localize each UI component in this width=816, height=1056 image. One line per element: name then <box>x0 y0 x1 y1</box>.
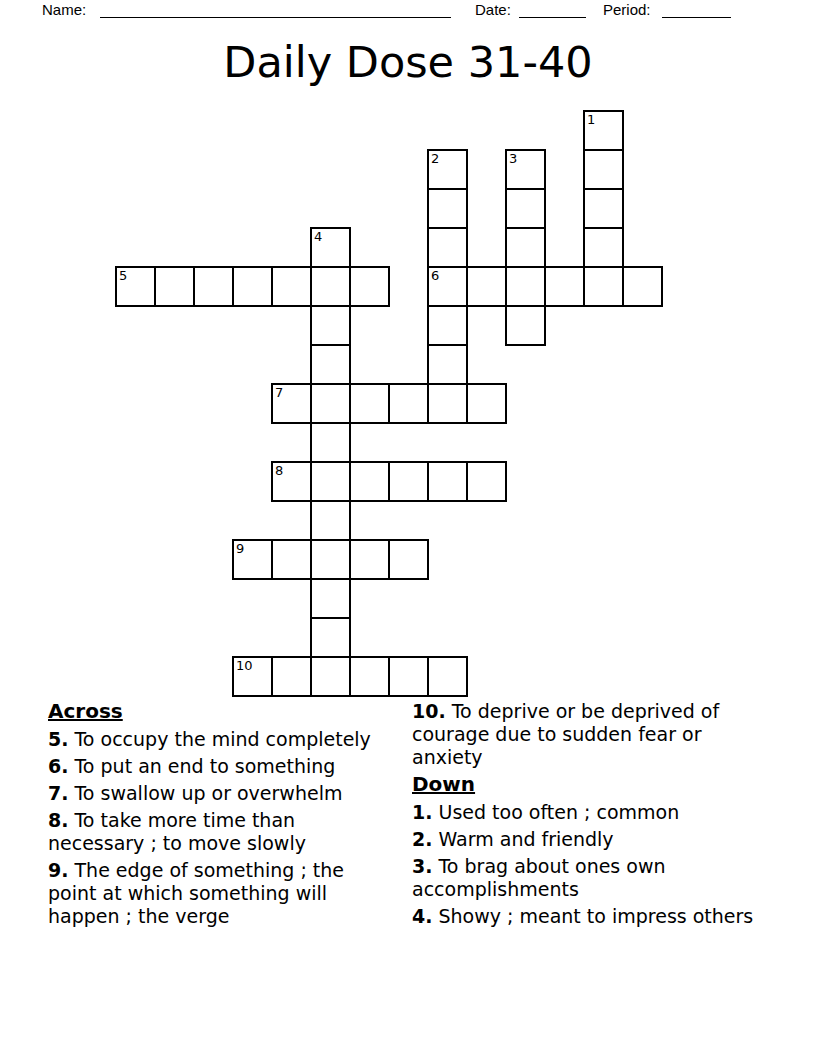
cell-number-10: 10 <box>236 658 253 673</box>
clue-down-4: 4. Showy ; meant to impress others <box>412 905 758 928</box>
cell-number-7: 7 <box>275 385 283 400</box>
cell-r4c10[interactable] <box>505 266 546 307</box>
cell-r11c5[interactable] <box>310 539 351 580</box>
cell-r14c6[interactable] <box>349 656 390 697</box>
cell-r4c9[interactable] <box>466 266 507 307</box>
cell-r7c8[interactable] <box>427 383 468 424</box>
cell-r9c8[interactable] <box>427 461 468 502</box>
cell-r4c5[interactable] <box>310 266 351 307</box>
cell-r2c10[interactable] <box>505 188 546 229</box>
cell-r4c0[interactable]: 5 <box>115 266 156 307</box>
clue-number: 10. <box>412 700 446 722</box>
clue-across-8: 8. To take more time than necessary ; to… <box>48 809 378 855</box>
worksheet-page: Name: Date: Period: Daily Dose 31-40 123… <box>0 0 816 1056</box>
clue-number: 8. <box>48 809 68 831</box>
cell-r9c5[interactable] <box>310 461 351 502</box>
cell-r7c6[interactable] <box>349 383 390 424</box>
cell-r9c6[interactable] <box>349 461 390 502</box>
cell-r3c12[interactable] <box>583 227 624 268</box>
cell-number-5: 5 <box>119 268 127 283</box>
cell-r4c4[interactable] <box>271 266 312 307</box>
clue-number: 5. <box>48 728 68 750</box>
cell-number-2: 2 <box>431 151 439 166</box>
cell-r7c4[interactable]: 7 <box>271 383 312 424</box>
clue-number: 6. <box>48 755 68 777</box>
cell-r4c11[interactable] <box>544 266 585 307</box>
cell-r11c4[interactable] <box>271 539 312 580</box>
cell-r7c9[interactable] <box>466 383 507 424</box>
cell-number-1: 1 <box>587 112 595 127</box>
clues-column-right: 10. To deprive or be deprived of courage… <box>412 700 758 932</box>
cell-r11c3[interactable]: 9 <box>232 539 273 580</box>
clue-number: 3. <box>412 855 432 877</box>
cell-r4c6[interactable] <box>349 266 390 307</box>
clue-across-6: 6. To put an end to something <box>48 755 378 778</box>
date-label: Date: <box>475 1 511 18</box>
cell-r1c8[interactable]: 2 <box>427 149 468 190</box>
cell-r3c8[interactable] <box>427 227 468 268</box>
clue-across-9: 9. The edge of something ; the point at … <box>48 859 378 928</box>
cell-r12c5[interactable] <box>310 578 351 619</box>
cell-r10c5[interactable] <box>310 500 351 541</box>
cell-r5c10[interactable] <box>505 305 546 346</box>
date-blank-line[interactable] <box>519 3 586 18</box>
clue-number: 9. <box>48 859 68 881</box>
cell-number-6: 6 <box>431 268 439 283</box>
cell-number-3: 3 <box>509 151 517 166</box>
clue-across-7: 7. To swallow up or overwhelm <box>48 782 378 805</box>
cell-r2c8[interactable] <box>427 188 468 229</box>
clue-number: 1. <box>412 801 432 823</box>
cell-r13c5[interactable] <box>310 617 351 658</box>
cell-r14c4[interactable] <box>271 656 312 697</box>
cell-number-9: 9 <box>236 541 244 556</box>
clue-number: 7. <box>48 782 68 804</box>
cell-number-8: 8 <box>275 463 283 478</box>
cell-r3c10[interactable] <box>505 227 546 268</box>
name-label: Name: <box>42 1 86 18</box>
cell-r5c5[interactable] <box>310 305 351 346</box>
clue-number: 4. <box>412 905 432 927</box>
cell-number-4: 4 <box>314 229 322 244</box>
period-label: Period: <box>603 1 651 18</box>
clue-down-2: 2. Warm and friendly <box>412 828 758 851</box>
cell-r4c2[interactable] <box>193 266 234 307</box>
clue-across-10: 10. To deprive or be deprived of courage… <box>412 700 758 769</box>
cell-r4c1[interactable] <box>154 266 195 307</box>
period-blank-line[interactable] <box>662 3 731 18</box>
cell-r9c4[interactable]: 8 <box>271 461 312 502</box>
across-header: Across <box>48 700 378 723</box>
cell-r11c7[interactable] <box>388 539 429 580</box>
cell-r0c12[interactable]: 1 <box>583 110 624 151</box>
cell-r14c5[interactable] <box>310 656 351 697</box>
cell-r11c6[interactable] <box>349 539 390 580</box>
cell-r7c7[interactable] <box>388 383 429 424</box>
cell-r4c3[interactable] <box>232 266 273 307</box>
cell-r7c5[interactable] <box>310 383 351 424</box>
cell-r4c8[interactable]: 6 <box>427 266 468 307</box>
cell-r14c8[interactable] <box>427 656 468 697</box>
cell-r9c9[interactable] <box>466 461 507 502</box>
down-header: Down <box>412 773 758 796</box>
cell-r3c5[interactable]: 4 <box>310 227 351 268</box>
cell-r9c7[interactable] <box>388 461 429 502</box>
page-title: Daily Dose 31-40 <box>0 37 816 87</box>
clues-column-left: Across5. To occupy the mind completely6.… <box>48 700 378 932</box>
cell-r1c12[interactable] <box>583 149 624 190</box>
cell-r4c13[interactable] <box>622 266 663 307</box>
cell-r14c7[interactable] <box>388 656 429 697</box>
clue-down-1: 1. Used too often ; common <box>412 801 758 824</box>
cell-r4c12[interactable] <box>583 266 624 307</box>
cell-r14c3[interactable]: 10 <box>232 656 273 697</box>
cell-r2c12[interactable] <box>583 188 624 229</box>
clue-number: 2. <box>412 828 432 850</box>
name-blank-line[interactable] <box>100 3 451 18</box>
cell-r8c5[interactable] <box>310 422 351 463</box>
cell-r6c8[interactable] <box>427 344 468 385</box>
cell-r6c5[interactable] <box>310 344 351 385</box>
clue-down-3: 3. To brag about ones own accomplishment… <box>412 855 758 901</box>
cell-r1c10[interactable]: 3 <box>505 149 546 190</box>
clue-across-5: 5. To occupy the mind completely <box>48 728 378 751</box>
cell-r5c8[interactable] <box>427 305 468 346</box>
